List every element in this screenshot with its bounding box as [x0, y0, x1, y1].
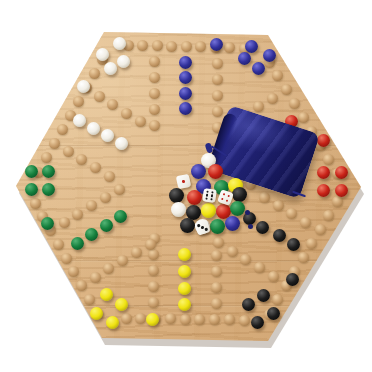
marble-white: [96, 48, 109, 61]
marble-black: [287, 238, 300, 251]
marble-blue: [179, 87, 192, 100]
marble-green: [85, 228, 98, 241]
marble-white: [73, 114, 86, 127]
marble-yellow: [178, 265, 191, 278]
die-pip: [220, 197, 223, 200]
die-pip: [210, 197, 213, 200]
die-pip: [211, 191, 214, 194]
board-hole: [61, 253, 72, 264]
marble-black: [232, 187, 247, 202]
marble-green: [42, 165, 55, 178]
marble-red: [317, 184, 330, 197]
die-pip: [196, 223, 199, 226]
board-hole: [49, 138, 60, 149]
board-hole: [63, 146, 74, 157]
product-photo-stage: [0, 0, 372, 372]
board-hole: [239, 315, 250, 326]
marble-white: [101, 129, 114, 142]
marble-white: [87, 122, 100, 135]
marble-yellow: [90, 307, 103, 320]
marble-red: [208, 164, 223, 179]
marble-black: [180, 218, 195, 233]
marble-green: [25, 183, 38, 196]
board-hole: [181, 41, 192, 52]
board-hole: [148, 297, 159, 308]
board-hole: [152, 40, 163, 51]
marble-yellow: [201, 203, 216, 218]
board-hole: [90, 272, 101, 283]
board-hole: [298, 112, 309, 123]
marble-blue: [179, 102, 192, 115]
marble-blue: [252, 62, 265, 75]
die-pip: [225, 199, 228, 202]
board-hole: [121, 108, 132, 119]
board-hole: [89, 68, 100, 79]
marble-yellow: [178, 248, 191, 261]
marble-green: [210, 219, 225, 234]
marble-green: [230, 201, 245, 216]
marble-blue: [238, 52, 251, 65]
die-1: [175, 173, 190, 188]
board-hole: [268, 271, 279, 282]
die-pip: [204, 197, 207, 200]
board-hole: [212, 106, 223, 117]
board-hole: [212, 74, 223, 85]
die-pip: [222, 192, 225, 195]
die-pip: [181, 179, 184, 182]
board-hole: [323, 154, 334, 165]
marble-black: [169, 188, 184, 203]
board-hole: [332, 196, 343, 207]
marble-yellow: [100, 288, 113, 301]
marble-green: [71, 237, 84, 250]
marble-white: [77, 80, 90, 93]
board-hole: [76, 280, 87, 291]
board-hole: [135, 313, 146, 324]
board-hole: [273, 200, 284, 211]
board-hole: [100, 192, 111, 203]
board-hole: [104, 171, 115, 182]
marble-blue: [179, 71, 192, 84]
marble-green: [41, 217, 54, 230]
marble-red: [317, 166, 330, 179]
die-6: [202, 188, 217, 203]
marble-white: [117, 55, 130, 68]
board-hole: [165, 313, 176, 324]
board-hole: [166, 41, 177, 52]
board-hole: [121, 313, 132, 324]
board-hole: [145, 239, 156, 250]
board-hole: [323, 210, 334, 221]
marble-black: [286, 273, 299, 286]
bag-cord-knot: [248, 224, 253, 229]
board-hole: [212, 58, 223, 69]
die-pip: [227, 194, 230, 197]
marble-yellow: [115, 298, 128, 311]
bag-cord-knot: [245, 210, 250, 215]
board-hole: [94, 91, 105, 102]
board-hole: [114, 184, 125, 195]
marble-white: [113, 37, 126, 50]
board-hole: [131, 247, 142, 258]
board-hole: [227, 246, 238, 257]
board-hole: [315, 224, 326, 235]
board-hole: [212, 90, 223, 101]
marble-green: [100, 219, 113, 232]
marble-yellow: [178, 298, 191, 311]
marble-blue: [210, 38, 223, 51]
marble-black: [257, 289, 270, 302]
board-hole: [84, 294, 95, 305]
marble-yellow: [178, 282, 191, 295]
board-hole: [300, 217, 311, 228]
board-hole: [137, 40, 148, 51]
marble-white: [104, 62, 117, 75]
die-pip: [200, 225, 203, 228]
marble-white: [171, 202, 186, 217]
board-hole: [180, 314, 191, 325]
marble-black: [267, 307, 280, 320]
die-pip: [205, 190, 208, 193]
board-hole: [41, 152, 52, 163]
board-hole: [281, 84, 292, 95]
marble-red: [187, 190, 202, 205]
board-hole: [73, 96, 84, 107]
die-pip: [204, 227, 207, 230]
board-hole: [59, 217, 70, 228]
marble-yellow: [106, 316, 119, 329]
marble-green: [42, 183, 55, 196]
marble-red: [335, 184, 348, 197]
marble-blue: [179, 56, 192, 69]
marble-blue: [263, 49, 276, 62]
board-hole: [30, 198, 41, 209]
board-hole: [224, 314, 235, 325]
marble-black: [273, 229, 286, 242]
marble-red: [317, 134, 330, 147]
board-hole: [259, 192, 270, 203]
die-pip: [205, 193, 208, 196]
board-hole: [306, 238, 317, 249]
board-hole: [194, 314, 205, 325]
marble-blue: [225, 216, 240, 231]
marble-yellow: [146, 313, 159, 326]
board-hole: [53, 239, 64, 250]
marble-black: [242, 298, 255, 311]
marble-blue: [245, 40, 258, 53]
marble-black: [256, 221, 269, 234]
marble-black: [251, 316, 264, 329]
marble-red: [335, 166, 348, 179]
board-hole: [57, 124, 68, 135]
board-hole: [298, 252, 309, 263]
board-hole: [135, 116, 146, 127]
board-hole: [209, 314, 220, 325]
marble-green: [114, 210, 127, 223]
marble-green: [25, 165, 38, 178]
die-pip: [210, 194, 213, 197]
marble-blue: [191, 164, 206, 179]
marble-white: [115, 137, 128, 150]
